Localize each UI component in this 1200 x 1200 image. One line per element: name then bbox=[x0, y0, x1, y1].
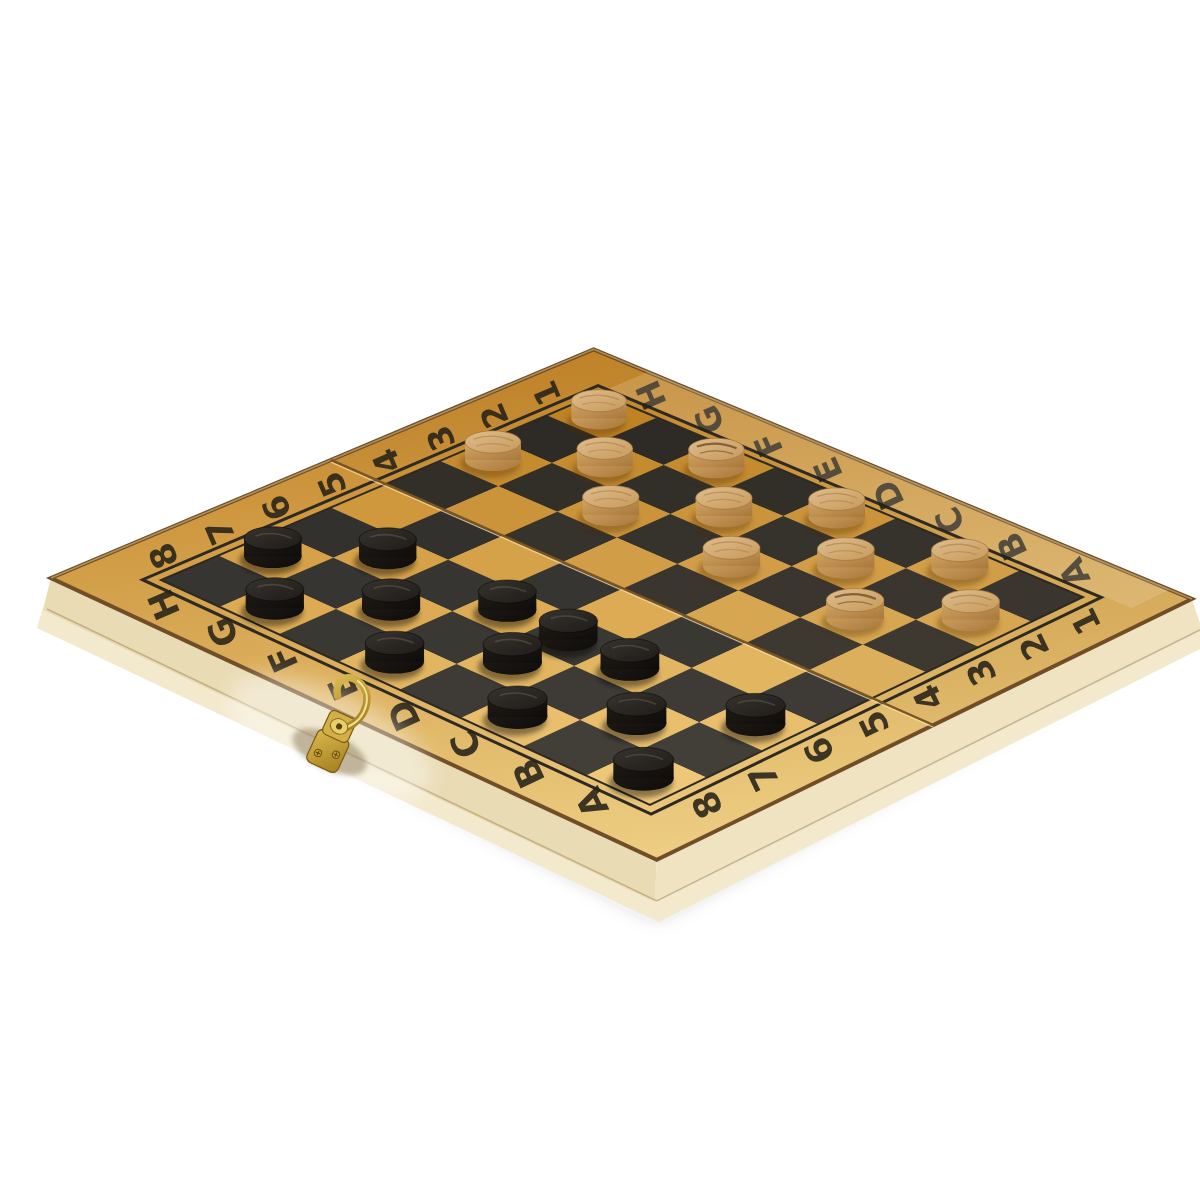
piece-light-f1[interactable] bbox=[684, 438, 745, 485]
piece-light-b1[interactable] bbox=[926, 539, 988, 587]
board-photo: 11HH22GG33FF44EE55DD66CC77BB88AA bbox=[0, 0, 1200, 1200]
piece-dark-a6[interactable] bbox=[721, 693, 786, 743]
piece-light-f3[interactable] bbox=[578, 485, 640, 533]
piece-light-e2[interactable] bbox=[691, 487, 752, 534]
piece-dark-f7[interactable] bbox=[357, 579, 420, 628]
piece-dark-e8[interactable] bbox=[360, 631, 424, 680]
piece-light-d1[interactable] bbox=[804, 488, 865, 535]
piece-dark-g6[interactable] bbox=[354, 528, 416, 576]
piece-dark-d6[interactable] bbox=[534, 609, 597, 658]
piece-dark-h7[interactable] bbox=[239, 527, 302, 575]
piece-dark-b7[interactable] bbox=[602, 692, 667, 742]
piece-dark-d7[interactable] bbox=[478, 632, 542, 681]
piece-light-d3[interactable] bbox=[698, 536, 760, 584]
piece-light-h1[interactable] bbox=[566, 390, 626, 436]
piece-light-g2[interactable] bbox=[572, 437, 633, 484]
piece-dark-c8[interactable] bbox=[483, 686, 548, 736]
piece-light-b3[interactable] bbox=[821, 589, 884, 638]
piece-dark-c6[interactable] bbox=[595, 639, 659, 688]
piece-light-a2[interactable] bbox=[937, 590, 1000, 638]
piece-dark-g8[interactable] bbox=[241, 578, 304, 627]
piece-light-h3[interactable] bbox=[460, 431, 521, 478]
photo-stage: 11HH22GG33FF44EE55DD66CC77BB88AA bbox=[0, 0, 1200, 1200]
piece-light-c2[interactable] bbox=[812, 538, 874, 586]
piece-dark-a8[interactable] bbox=[608, 747, 673, 797]
piece-dark-e6[interactable] bbox=[473, 580, 536, 629]
